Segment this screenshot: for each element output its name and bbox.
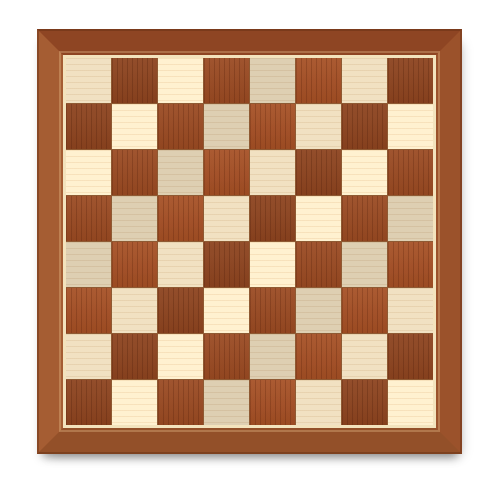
square-a8 [66,58,111,103]
square-a6 [66,150,111,195]
square-h3 [388,288,433,333]
square-e6 [250,150,295,195]
square-c4 [158,242,203,287]
square-d1 [204,380,249,425]
square-h5 [388,196,433,241]
square-h7 [388,104,433,149]
square-c5 [158,196,203,241]
square-b5 [112,196,157,241]
square-g7 [342,104,387,149]
square-b2 [112,334,157,379]
square-a3 [66,288,111,333]
square-h4 [388,242,433,287]
square-e2 [250,334,295,379]
square-d8 [204,58,249,103]
square-b8 [112,58,157,103]
square-b4 [112,242,157,287]
square-c6 [158,150,203,195]
square-f7 [296,104,341,149]
square-e8 [250,58,295,103]
square-a5 [66,196,111,241]
square-e4 [250,242,295,287]
square-h1 [388,380,433,425]
square-c7 [158,104,203,149]
square-d7 [204,104,249,149]
square-d5 [204,196,249,241]
square-f1 [296,380,341,425]
square-e7 [250,104,295,149]
square-a2 [66,334,111,379]
board-grid [66,58,433,425]
square-f8 [296,58,341,103]
square-h2 [388,334,433,379]
product-photo [0,0,500,500]
square-d2 [204,334,249,379]
square-f3 [296,288,341,333]
square-d6 [204,150,249,195]
square-e1 [250,380,295,425]
square-f6 [296,150,341,195]
square-f4 [296,242,341,287]
square-a1 [66,380,111,425]
square-c2 [158,334,203,379]
square-b7 [112,104,157,149]
square-c1 [158,380,203,425]
square-c3 [158,288,203,333]
square-g1 [342,380,387,425]
square-g5 [342,196,387,241]
square-h8 [388,58,433,103]
square-b1 [112,380,157,425]
square-a7 [66,104,111,149]
square-f2 [296,334,341,379]
square-g8 [342,58,387,103]
square-c8 [158,58,203,103]
square-g6 [342,150,387,195]
square-e5 [250,196,295,241]
square-d4 [204,242,249,287]
square-d3 [204,288,249,333]
square-g2 [342,334,387,379]
square-b3 [112,288,157,333]
square-a4 [66,242,111,287]
square-h6 [388,150,433,195]
square-e3 [250,288,295,333]
chess-board [37,29,462,454]
square-b6 [112,150,157,195]
square-f5 [296,196,341,241]
square-g4 [342,242,387,287]
square-g3 [342,288,387,333]
